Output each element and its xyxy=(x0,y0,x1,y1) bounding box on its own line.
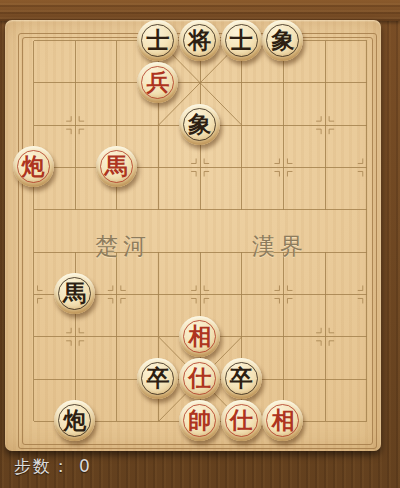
piece-glyph: 兵 xyxy=(146,70,169,93)
piece-glyph: 士 xyxy=(146,28,169,51)
piece-black-elephant[interactable]: 象 xyxy=(179,104,220,145)
piece-glyph: 相 xyxy=(271,408,294,431)
status-bar: 步数：0 xyxy=(14,455,90,478)
move-count-value: 0 xyxy=(79,456,90,476)
river-label-chuhe: 楚河 xyxy=(95,231,151,262)
piece-glyph: 卒 xyxy=(230,366,253,389)
piece-black-advisor[interactable]: 士 xyxy=(137,20,178,61)
piece-glyph: 炮 xyxy=(22,154,45,177)
piece-red-elephant[interactable]: 相 xyxy=(179,316,220,357)
piece-glyph: 馬 xyxy=(63,281,86,304)
piece-glyph: 馬 xyxy=(105,154,128,177)
piece-red-advisor[interactable]: 仕 xyxy=(221,400,262,441)
piece-glyph: 象 xyxy=(188,112,211,135)
piece-red-advisor[interactable]: 仕 xyxy=(179,358,220,399)
piece-red-cannon[interactable]: 炮 xyxy=(13,146,54,187)
river-label-hanjie: 漢界 xyxy=(252,231,308,262)
piece-glyph: 仕 xyxy=(188,366,211,389)
piece-black-advisor[interactable]: 士 xyxy=(221,20,262,61)
piece-glyph: 象 xyxy=(271,28,294,51)
piece-glyph: 仕 xyxy=(230,408,253,431)
piece-black-soldier[interactable]: 卒 xyxy=(221,358,262,399)
piece-glyph: 相 xyxy=(188,324,211,347)
xiangqi-app: 楚河 漢界 士将士象兵象炮馬馬相卒仕卒炮帥仕相 步数：0 xyxy=(0,0,400,488)
move-count-label: 步数： xyxy=(14,456,71,476)
piece-glyph: 士 xyxy=(230,28,253,51)
piece-black-elephant[interactable]: 象 xyxy=(262,20,303,61)
piece-glyph: 将 xyxy=(188,28,211,51)
wood-frame-top xyxy=(0,0,400,21)
piece-glyph: 炮 xyxy=(63,408,86,431)
piece-glyph: 卒 xyxy=(146,366,169,389)
piece-glyph: 帥 xyxy=(188,408,211,431)
piece-black-general[interactable]: 将 xyxy=(179,20,220,61)
